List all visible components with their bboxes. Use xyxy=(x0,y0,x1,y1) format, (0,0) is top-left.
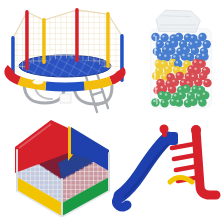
pole-yellow-right xyxy=(106,12,110,68)
ball-pit-photo xyxy=(12,117,116,217)
slide-photo xyxy=(112,122,224,222)
pole-red-left xyxy=(25,10,29,70)
pole-yellow-back xyxy=(42,18,46,64)
trampoline-photo xyxy=(0,0,132,118)
product-collage xyxy=(0,0,224,224)
bag-film xyxy=(151,29,212,108)
slide-ramp xyxy=(116,132,178,207)
pole-red-back xyxy=(75,8,79,62)
slide-ladder xyxy=(172,125,216,195)
pad-label-patch xyxy=(33,79,44,84)
trampoline-tag xyxy=(60,94,71,103)
ball-bag-photo xyxy=(145,8,217,112)
